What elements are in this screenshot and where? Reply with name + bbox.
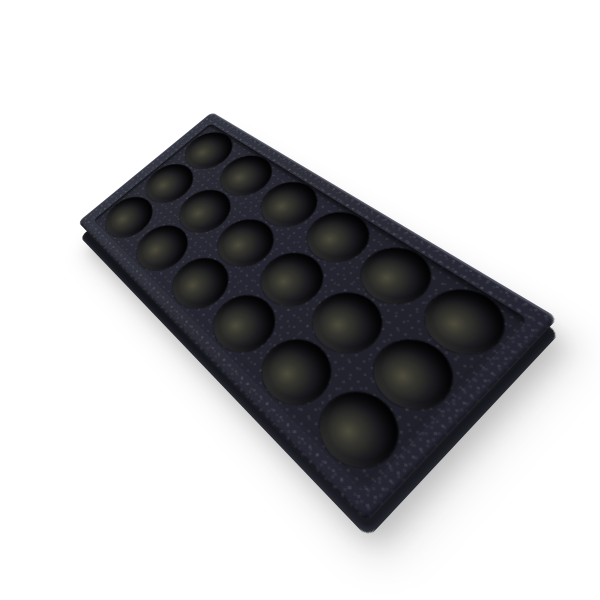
mancala-board: [78, 112, 558, 523]
photo-background: [0, 0, 600, 600]
